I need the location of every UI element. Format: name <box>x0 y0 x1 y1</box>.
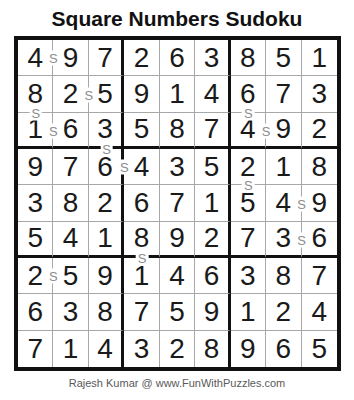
cell-r1c5[interactable]: 6 <box>160 40 195 76</box>
cell-r6c5[interactable]: 9 <box>160 222 195 258</box>
cell-r6c1[interactable]: 5 <box>18 222 53 258</box>
cell-r1c8[interactable]: 5 <box>266 40 301 76</box>
cell-r4c5[interactable]: 3 <box>160 149 195 185</box>
puzzle-page: Square Numbers Sudoku 497263851825914673… <box>0 0 354 400</box>
cell-r9c6[interactable]: 8 <box>195 331 230 367</box>
cell-r9c4[interactable]: 3 <box>124 331 159 367</box>
cell-r6c3[interactable]: 1 <box>89 222 124 258</box>
square-marker-horizontal-r7c1: S <box>47 269 60 284</box>
cell-r3c5[interactable]: 8 <box>160 113 195 149</box>
cell-r8c7[interactable]: 1 <box>231 294 266 330</box>
cell-r5c2[interactable]: 8 <box>53 185 88 221</box>
cell-r7c8[interactable]: 8 <box>266 258 301 294</box>
cell-r7c3[interactable]: 9 <box>89 258 124 294</box>
cell-r4c1[interactable]: 9 <box>18 149 53 185</box>
credit-text: Rajesh Kumar @ www.FunWithPuzzles.com <box>0 377 354 389</box>
cell-r5c1[interactable]: 3 <box>18 185 53 221</box>
cell-r4c6[interactable]: 5 <box>195 149 230 185</box>
square-marker-vertical-r6c4: S <box>136 251 149 266</box>
cell-r2c4[interactable]: 9 <box>124 76 159 112</box>
cell-r9c7[interactable]: 9 <box>231 331 266 367</box>
cell-r1c6[interactable]: 3 <box>195 40 230 76</box>
cell-r9c5[interactable]: 2 <box>160 331 195 367</box>
cell-r2c9[interactable]: 3 <box>302 76 337 112</box>
square-marker-vertical-r2c7: S <box>242 105 255 120</box>
cell-r3c6[interactable]: 7 <box>195 113 230 149</box>
square-marker-horizontal-r3c7: S <box>260 123 273 138</box>
cell-r4c9[interactable]: 8 <box>302 149 337 185</box>
cell-r9c3[interactable]: 4 <box>89 331 124 367</box>
square-marker-vertical-r4c7: S <box>242 178 255 193</box>
square-marker-vertical-r3c3: S <box>100 142 113 157</box>
cell-r8c9[interactable]: 4 <box>302 294 337 330</box>
square-marker-horizontal-r5c8: S <box>295 196 308 211</box>
cell-r8c6[interactable]: 9 <box>195 294 230 330</box>
square-marker-horizontal-r3c1: S <box>47 123 60 138</box>
cell-r1c3[interactable]: 7 <box>89 40 124 76</box>
cell-r2c8[interactable]: 7 <box>266 76 301 112</box>
cell-r8c4[interactable]: 7 <box>124 294 159 330</box>
cell-r9c9[interactable]: 5 <box>302 331 337 367</box>
cell-r1c4[interactable]: 2 <box>124 40 159 76</box>
cell-r1c9[interactable]: 1 <box>302 40 337 76</box>
cell-r8c2[interactable]: 3 <box>53 294 88 330</box>
cell-r7c5[interactable]: 4 <box>160 258 195 294</box>
cell-r7c7[interactable]: 3 <box>231 258 266 294</box>
cell-r9c1[interactable]: 7 <box>18 331 53 367</box>
cell-r6c7[interactable]: 7 <box>231 222 266 258</box>
cell-r6c6[interactable]: 2 <box>195 222 230 258</box>
cell-r7c9[interactable]: 7 <box>302 258 337 294</box>
square-marker-horizontal-r6c8: S <box>295 232 308 247</box>
cell-r9c8[interactable]: 6 <box>266 331 301 367</box>
cell-r8c3[interactable]: 8 <box>89 294 124 330</box>
cell-r2c5[interactable]: 1 <box>160 76 195 112</box>
cell-r8c5[interactable]: 5 <box>160 294 195 330</box>
sudoku-board: 4972638518259146731635874929764352183826… <box>14 36 341 371</box>
cell-r4c2[interactable]: 7 <box>53 149 88 185</box>
cell-r5c6[interactable]: 1 <box>195 185 230 221</box>
cell-r5c3[interactable]: 2 <box>89 185 124 221</box>
square-marker-vertical-r2c1: S <box>29 105 42 120</box>
square-marker-horizontal-r2c2: S <box>83 87 96 102</box>
cell-r2c6[interactable]: 4 <box>195 76 230 112</box>
cell-r9c2[interactable]: 1 <box>53 331 88 367</box>
cell-r4c8[interactable]: 1 <box>266 149 301 185</box>
cell-r8c8[interactable]: 2 <box>266 294 301 330</box>
page-title: Square Numbers Sudoku <box>0 7 354 31</box>
cell-r1c7[interactable]: 8 <box>231 40 266 76</box>
cell-r7c6[interactable]: 6 <box>195 258 230 294</box>
cell-r8c1[interactable]: 6 <box>18 294 53 330</box>
cell-r6c2[interactable]: 4 <box>53 222 88 258</box>
square-marker-horizontal-r4c3: S <box>118 160 131 175</box>
cell-r3c9[interactable]: 2 <box>302 113 337 149</box>
cell-r3c4[interactable]: 5 <box>124 113 159 149</box>
cell-r5c5[interactable]: 7 <box>160 185 195 221</box>
square-marker-horizontal-r1c1: S <box>47 51 60 66</box>
cell-r5c4[interactable]: 6 <box>124 185 159 221</box>
